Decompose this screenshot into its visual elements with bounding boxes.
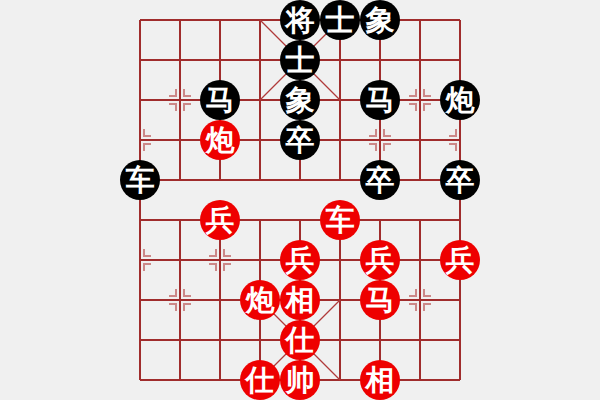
piece-red-soldier[interactable]: 兵 bbox=[280, 240, 320, 280]
board-intersection[interactable] bbox=[240, 160, 280, 200]
board-intersection[interactable] bbox=[120, 120, 160, 160]
board-intersection[interactable]: 士 bbox=[280, 40, 320, 80]
piece-red-general[interactable]: 帅 bbox=[280, 360, 320, 400]
board-intersection[interactable] bbox=[240, 320, 280, 360]
piece-black-cannon[interactable]: 炮 bbox=[440, 80, 480, 120]
board-intersection[interactable] bbox=[320, 80, 360, 120]
board-intersection[interactable]: 车 bbox=[120, 160, 160, 200]
board-intersection[interactable] bbox=[120, 80, 160, 120]
board-intersection[interactable] bbox=[240, 0, 280, 40]
board-intersection[interactable]: 马 bbox=[360, 280, 400, 320]
board-intersection[interactable]: 将 bbox=[280, 0, 320, 40]
board-intersection[interactable] bbox=[400, 120, 440, 160]
board-intersection[interactable]: 士 bbox=[320, 0, 360, 40]
board-intersection[interactable]: 兵 bbox=[200, 200, 240, 240]
board-intersection[interactable] bbox=[200, 240, 240, 280]
board-intersection[interactable] bbox=[400, 80, 440, 120]
board-intersection[interactable] bbox=[120, 200, 160, 240]
board-intersection[interactable]: 象 bbox=[280, 80, 320, 120]
board-intersection[interactable] bbox=[400, 40, 440, 80]
board-intersection[interactable] bbox=[440, 0, 480, 40]
board-intersection[interactable] bbox=[240, 80, 280, 120]
board-intersection[interactable] bbox=[400, 200, 440, 240]
board-intersection[interactable] bbox=[440, 120, 480, 160]
board-intersection[interactable]: 仕 bbox=[280, 320, 320, 360]
board-intersection[interactable] bbox=[200, 160, 240, 200]
xiangqi-board: 将士象士马象马炮炮卒车卒卒兵车兵兵兵炮相马仕仕帅相 bbox=[120, 0, 480, 400]
board-intersection[interactable] bbox=[440, 40, 480, 80]
board-intersection[interactable]: 帅 bbox=[280, 360, 320, 400]
board-intersection[interactable] bbox=[240, 120, 280, 160]
piece-black-elephant[interactable]: 象 bbox=[360, 0, 400, 40]
piece-red-soldier[interactable]: 兵 bbox=[200, 200, 240, 240]
piece-black-horse[interactable]: 马 bbox=[360, 80, 400, 120]
board-intersection[interactable]: 卒 bbox=[440, 160, 480, 200]
board-intersection[interactable]: 马 bbox=[200, 80, 240, 120]
board-intersection[interactable] bbox=[200, 280, 240, 320]
board-intersection[interactable] bbox=[360, 320, 400, 360]
board-intersection[interactable] bbox=[200, 0, 240, 40]
board-intersection[interactable] bbox=[160, 320, 200, 360]
piece-black-soldier[interactable]: 卒 bbox=[280, 120, 320, 160]
piece-red-advisor[interactable]: 仕 bbox=[240, 360, 280, 400]
board-intersection[interactable] bbox=[440, 200, 480, 240]
board-intersection[interactable] bbox=[120, 0, 160, 40]
board-intersection[interactable] bbox=[120, 40, 160, 80]
board-intersection[interactable] bbox=[400, 360, 440, 400]
piece-red-elephant[interactable]: 相 bbox=[360, 360, 400, 400]
board-intersection[interactable]: 卒 bbox=[280, 120, 320, 160]
board-intersection[interactable] bbox=[160, 360, 200, 400]
board-intersection[interactable] bbox=[440, 360, 480, 400]
board-intersection[interactable] bbox=[200, 40, 240, 80]
board-intersection[interactable] bbox=[120, 320, 160, 360]
board-intersection[interactable] bbox=[400, 320, 440, 360]
board-intersection[interactable] bbox=[200, 360, 240, 400]
board-intersection[interactable]: 车 bbox=[320, 200, 360, 240]
board-intersection[interactable] bbox=[440, 320, 480, 360]
board-intersection[interactable] bbox=[400, 0, 440, 40]
board-intersection[interactable] bbox=[400, 160, 440, 200]
board-intersection[interactable] bbox=[320, 160, 360, 200]
board-intersection[interactable] bbox=[160, 80, 200, 120]
piece-red-soldier[interactable]: 兵 bbox=[360, 240, 400, 280]
piece-black-chariot[interactable]: 车 bbox=[120, 160, 160, 200]
board-intersection[interactable] bbox=[320, 280, 360, 320]
board-intersection[interactable] bbox=[440, 280, 480, 320]
piece-black-advisor[interactable]: 士 bbox=[320, 0, 360, 40]
board-intersection[interactable] bbox=[320, 360, 360, 400]
board-intersection[interactable] bbox=[360, 120, 400, 160]
board-intersection[interactable] bbox=[360, 40, 400, 80]
board-intersection[interactable] bbox=[160, 280, 200, 320]
board-intersection[interactable]: 炮 bbox=[200, 120, 240, 160]
piece-black-elephant[interactable]: 象 bbox=[280, 80, 320, 120]
board-intersection[interactable] bbox=[120, 280, 160, 320]
board-intersection[interactable] bbox=[240, 200, 280, 240]
piece-red-horse[interactable]: 马 bbox=[360, 280, 400, 320]
board-intersection[interactable] bbox=[320, 40, 360, 80]
board-intersection[interactable] bbox=[160, 160, 200, 200]
board-intersection[interactable]: 仕 bbox=[240, 360, 280, 400]
board-intersection[interactable]: 炮 bbox=[240, 280, 280, 320]
piece-black-general[interactable]: 将 bbox=[280, 0, 320, 40]
piece-black-soldier[interactable]: 卒 bbox=[440, 160, 480, 200]
board-intersection[interactable]: 马 bbox=[360, 80, 400, 120]
board-intersection[interactable]: 炮 bbox=[440, 80, 480, 120]
piece-red-elephant[interactable]: 相 bbox=[280, 280, 320, 320]
board-intersection[interactable] bbox=[280, 160, 320, 200]
board-intersection[interactable] bbox=[400, 240, 440, 280]
board-intersection[interactable] bbox=[120, 360, 160, 400]
board-intersection[interactable]: 相 bbox=[360, 360, 400, 400]
board-intersection[interactable]: 相 bbox=[280, 280, 320, 320]
piece-red-cannon[interactable]: 炮 bbox=[200, 120, 240, 160]
board-intersection[interactable] bbox=[160, 120, 200, 160]
piece-red-cannon[interactable]: 炮 bbox=[240, 280, 280, 320]
piece-red-advisor[interactable]: 仕 bbox=[280, 320, 320, 360]
piece-black-advisor[interactable]: 士 bbox=[280, 40, 320, 80]
board-intersection[interactable] bbox=[120, 240, 160, 280]
xiangqi-app: 将士象士马象马炮炮卒车卒卒兵车兵兵兵炮相马仕仕帅相 bbox=[0, 0, 600, 400]
board-intersection[interactable] bbox=[160, 200, 200, 240]
board-intersection[interactable]: 象 bbox=[360, 0, 400, 40]
board-intersection[interactable] bbox=[320, 240, 360, 280]
board-intersection[interactable] bbox=[200, 320, 240, 360]
board-intersection[interactable] bbox=[360, 200, 400, 240]
board-intersection[interactable] bbox=[240, 240, 280, 280]
board-intersection[interactable] bbox=[320, 120, 360, 160]
piece-black-horse[interactable]: 马 bbox=[200, 80, 240, 120]
piece-black-soldier[interactable]: 卒 bbox=[360, 160, 400, 200]
board-intersection[interactable] bbox=[280, 200, 320, 240]
board-intersection[interactable] bbox=[160, 240, 200, 280]
board-intersection[interactable] bbox=[400, 280, 440, 320]
board-intersection[interactable]: 兵 bbox=[440, 240, 480, 280]
board-intersection[interactable] bbox=[240, 40, 280, 80]
piece-red-chariot[interactable]: 车 bbox=[320, 200, 360, 240]
piece-red-soldier[interactable]: 兵 bbox=[440, 240, 480, 280]
board-intersection[interactable]: 卒 bbox=[360, 160, 400, 200]
board-intersection[interactable] bbox=[320, 320, 360, 360]
board-intersection[interactable] bbox=[160, 40, 200, 80]
board-intersection[interactable] bbox=[160, 0, 200, 40]
board-intersection[interactable]: 兵 bbox=[280, 240, 320, 280]
board-intersection[interactable]: 兵 bbox=[360, 240, 400, 280]
